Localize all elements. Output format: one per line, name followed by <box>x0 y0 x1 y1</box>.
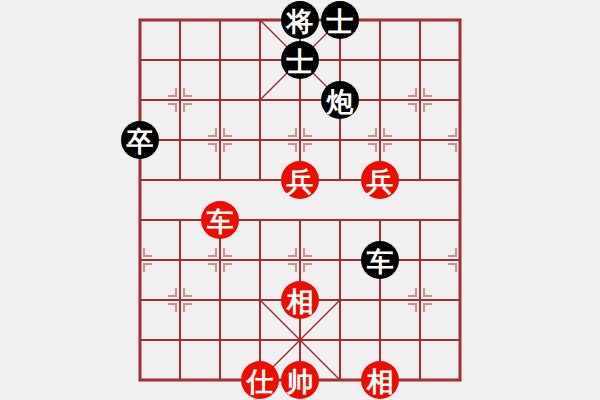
red-general-glyph: 帅 <box>287 368 314 395</box>
red-advisor[interactable]: 仕 <box>241 361 279 399</box>
red-general[interactable]: 帅 <box>281 361 319 399</box>
red-elephant-glyph: 相 <box>367 368 394 395</box>
black-cannon-glyph: 炮 <box>327 88 354 115</box>
xiangqi-board[interactable]: 将士士炮卒兵兵车车相仕帅相 <box>0 0 600 400</box>
red-elephant[interactable]: 相 <box>361 361 399 399</box>
black-soldier[interactable]: 卒 <box>121 121 159 159</box>
black-advisor-glyph: 士 <box>327 8 354 35</box>
red-soldier-glyph: 兵 <box>367 168 394 195</box>
red-chariot[interactable]: 车 <box>201 201 239 239</box>
black-chariot[interactable]: 车 <box>361 241 399 279</box>
black-advisor[interactable]: 士 <box>281 41 319 79</box>
red-soldier[interactable]: 兵 <box>281 161 319 199</box>
black-advisor-glyph: 士 <box>287 48 314 75</box>
black-general[interactable]: 将 <box>281 1 319 39</box>
red-soldier[interactable]: 兵 <box>361 161 399 199</box>
black-soldier-glyph: 卒 <box>127 128 154 155</box>
red-advisor-glyph: 仕 <box>247 368 274 395</box>
black-chariot-glyph: 车 <box>367 248 394 275</box>
piece-grid: 将士士炮卒兵兵车车相仕帅相 <box>120 0 480 400</box>
black-general-glyph: 将 <box>287 8 314 35</box>
black-cannon[interactable]: 炮 <box>321 81 359 119</box>
red-soldier-glyph: 兵 <box>287 168 314 195</box>
red-elephant[interactable]: 相 <box>281 281 319 319</box>
red-elephant-glyph: 相 <box>287 288 314 315</box>
black-advisor[interactable]: 士 <box>321 1 359 39</box>
red-chariot-glyph: 车 <box>207 208 234 235</box>
